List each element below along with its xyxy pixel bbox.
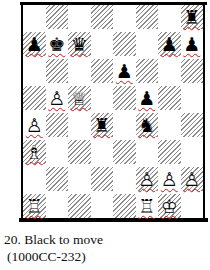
white-pawn-icon: ♟♙ [26, 115, 43, 135]
black-king-icon: ♚ [48, 34, 65, 54]
square-d4: ♜ [91, 113, 114, 137]
square-c7: ♛ [68, 32, 91, 56]
square-g7: ♟ [158, 32, 181, 56]
square-g6 [158, 59, 181, 83]
white-rook-icon: ♜♖ [26, 196, 43, 216]
black-pawn-icon: ♟ [138, 88, 155, 108]
square-c5: ♛♕ [68, 86, 91, 110]
black-rook-icon: ♜ [183, 7, 200, 27]
square-e4 [113, 113, 136, 137]
caption-source-code: (1000CC-232) [4, 249, 103, 266]
black-pawn-icon: ♟ [183, 34, 200, 54]
square-a6 [23, 59, 46, 83]
board: ♜♟♚♛♟♟♟♟♙♛♕♟♟♙♜♞♝♗♟♙♟♙♟♙♜♖♜♖♚♔ [21, 5, 205, 218]
square-h5 [181, 86, 204, 110]
caption-move-text: 20. Black to move [4, 232, 103, 249]
black-knight-icon: ♞ [138, 115, 155, 135]
square-h4 [181, 113, 204, 137]
square-f6 [136, 59, 159, 83]
black-pawn-icon: ♟ [116, 61, 133, 81]
square-e5 [113, 86, 136, 110]
square-d7 [91, 32, 114, 56]
square-a2 [23, 167, 46, 191]
square-d2 [91, 167, 114, 191]
board-bottom-border [19, 218, 208, 222]
square-f3 [136, 140, 159, 164]
square-a5 [23, 86, 46, 110]
square-e8 [113, 5, 136, 29]
square-g8 [158, 5, 181, 29]
square-a1: ♜♖ [23, 194, 46, 218]
square-d8 [91, 5, 114, 29]
white-pawn-icon: ♟♙ [183, 169, 200, 189]
square-h1 [181, 194, 204, 218]
square-h3 [181, 140, 204, 164]
black-rook-icon: ♜ [93, 115, 110, 135]
square-g2: ♟♙ [158, 167, 181, 191]
white-rook-icon: ♜♖ [138, 196, 155, 216]
square-c3 [68, 140, 91, 164]
square-f5: ♟ [136, 86, 159, 110]
square-a7: ♟ [23, 32, 46, 56]
square-d6 [91, 59, 114, 83]
square-d3 [91, 140, 114, 164]
white-queen-icon: ♛♕ [71, 88, 88, 108]
square-d5 [91, 86, 114, 110]
square-e7 [113, 32, 136, 56]
square-a4: ♟♙ [23, 113, 46, 137]
square-c2 [68, 167, 91, 191]
square-g3 [158, 140, 181, 164]
square-b3 [46, 140, 69, 164]
square-c4 [68, 113, 91, 137]
black-queen-icon: ♛ [71, 34, 88, 54]
square-h2: ♟♙ [181, 167, 204, 191]
white-pawn-icon: ♟♙ [161, 169, 178, 189]
square-h8: ♜ [181, 5, 204, 29]
square-f4: ♞ [136, 113, 159, 137]
square-b7: ♚ [46, 32, 69, 56]
white-bishop-icon: ♝♗ [26, 142, 43, 162]
square-e1 [113, 194, 136, 218]
square-b2 [46, 167, 69, 191]
square-b6 [46, 59, 69, 83]
chess-diagram: ♜♟♚♛♟♟♟♟♙♛♕♟♟♙♜♞♝♗♟♙♟♙♟♙♜♖♜♖♚♔ [21, 2, 205, 222]
white-king-icon: ♚♔ [161, 196, 178, 216]
square-g5 [158, 86, 181, 110]
page: { "game": "chess", "position": { "fen": … [0, 0, 210, 270]
square-e2 [113, 167, 136, 191]
black-pawn-icon: ♟ [26, 34, 43, 54]
white-pawn-icon: ♟♙ [48, 88, 65, 108]
square-g1: ♚♔ [158, 194, 181, 218]
square-f2: ♟♙ [136, 167, 159, 191]
square-f7 [136, 32, 159, 56]
square-h6 [181, 59, 204, 83]
square-a8 [23, 5, 46, 29]
square-h7: ♟ [181, 32, 204, 56]
caption: 20. Black to move (1000CC-232) [4, 232, 103, 265]
square-c1 [68, 194, 91, 218]
square-e6: ♟ [113, 59, 136, 83]
square-c6 [68, 59, 91, 83]
square-b4 [46, 113, 69, 137]
white-pawn-icon: ♟♙ [138, 169, 155, 189]
square-f1: ♜♖ [136, 194, 159, 218]
square-f8 [136, 5, 159, 29]
square-a3: ♝♗ [23, 140, 46, 164]
square-b1 [46, 194, 69, 218]
square-c8 [68, 5, 91, 29]
square-b5: ♟♙ [46, 86, 69, 110]
square-b8 [46, 5, 69, 29]
square-d1 [91, 194, 114, 218]
square-g4 [158, 113, 181, 137]
square-e3 [113, 140, 136, 164]
black-pawn-icon: ♟ [161, 34, 178, 54]
